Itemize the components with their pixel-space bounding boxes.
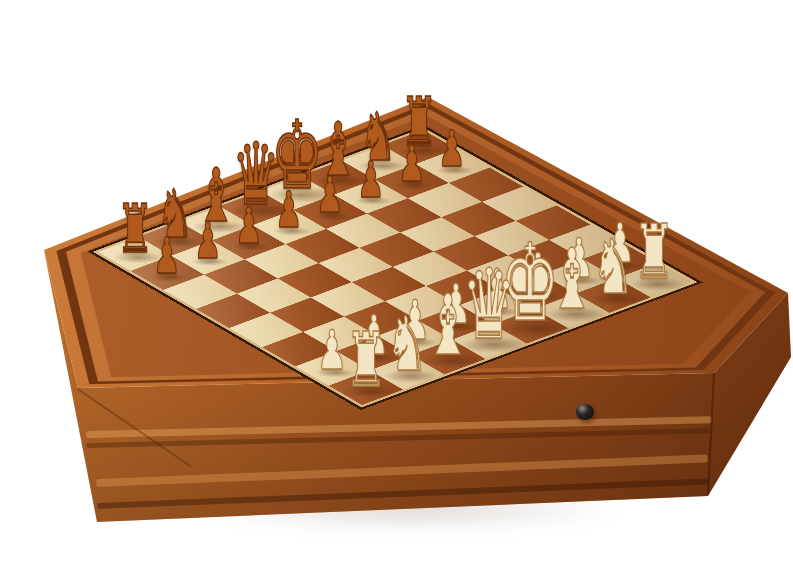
- piece-black-pawn-e7: ♟: [316, 170, 344, 220]
- piece-black-pawn-b7: ♟: [194, 216, 222, 266]
- piece-black-pawn-c7: ♟: [235, 200, 263, 250]
- piece-black-rook-a8: ♜: [116, 196, 153, 263]
- piece-white-bishop-c1: ♝: [425, 284, 471, 367]
- pieces-layer: ♜♞♟♝♟♚♟♛♟♝♟♞♟♜♟♟♟♟♜♟♞♟♝♟♚♟♛♟♝♟♞♜: [0, 0, 793, 577]
- piece-white-pawn-a2: ♟: [317, 323, 347, 378]
- piece-black-pawn-g7: ♟: [398, 139, 426, 189]
- piece-white-rook-a1: ♜: [345, 322, 387, 397]
- piece-black-pawn-f7: ♟: [357, 155, 385, 205]
- piece-black-pawn-h7: ♟: [439, 124, 467, 174]
- piece-white-knight-b1: ♞: [386, 307, 428, 382]
- piece-black-pawn-d7: ♟: [275, 185, 303, 235]
- chess-set-photo: ♜♞♟♝♟♚♟♛♟♝♟♞♟♜♟♟♟♟♜♟♞♟♝♟♚♟♛♟♝♟♞♜: [0, 0, 793, 577]
- piece-white-knight-g1: ♞: [592, 230, 634, 305]
- piece-white-rook-h1: ♜: [633, 215, 675, 290]
- piece-black-pawn-a7: ♟: [153, 231, 181, 281]
